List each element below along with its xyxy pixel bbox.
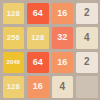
- tile-32: 32: [52, 27, 74, 49]
- tile-2: 2: [76, 52, 98, 74]
- tile-128: 128: [3, 3, 25, 25]
- tile-64: 64: [27, 52, 49, 74]
- tile-128: 128: [3, 76, 25, 98]
- tile-128: 128: [27, 27, 49, 49]
- tile-256: 256: [3, 27, 25, 49]
- tile-16: 16: [52, 3, 74, 25]
- tile-4: 4: [76, 27, 98, 49]
- game-board-2048[interactable]: 12864162256128324204864162128164: [0, 0, 100, 100]
- tile-16: 16: [52, 52, 74, 74]
- tile-2: 2: [76, 3, 98, 25]
- tile-2048: 2048: [3, 52, 25, 74]
- empty-cell: [76, 76, 98, 98]
- tile-64: 64: [27, 3, 49, 25]
- tile-4: 4: [52, 76, 74, 98]
- tile-16: 16: [27, 76, 49, 98]
